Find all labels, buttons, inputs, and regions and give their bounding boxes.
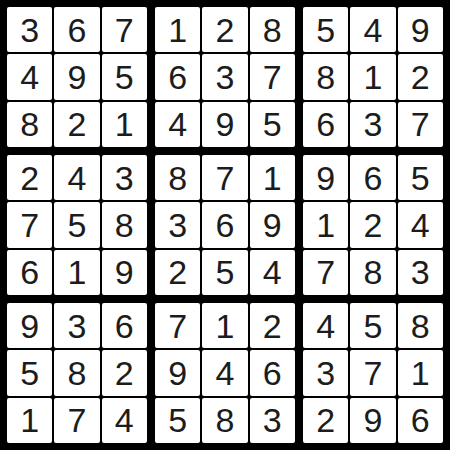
sudoku-cell[interactable]: 3	[155, 202, 200, 247]
cell-digit: 7	[364, 356, 383, 390]
sudoku-board: 3674958211286374955498126372437586198713…	[0, 0, 450, 450]
sudoku-cell[interactable]: 8	[350, 250, 395, 295]
sudoku-cell[interactable]: 7	[350, 350, 395, 395]
cell-digit: 3	[216, 60, 235, 94]
cell-digit: 8	[68, 356, 87, 390]
sudoku-cell[interactable]: 3	[398, 250, 443, 295]
sudoku-cell[interactable]: 6	[155, 54, 200, 99]
sudoku-cell[interactable]: 8	[54, 350, 99, 395]
sudoku-cell[interactable]: 2	[303, 398, 348, 443]
sudoku-cell[interactable]: 6	[350, 155, 395, 200]
cell-digit: 6	[68, 13, 87, 47]
sudoku-cell[interactable]: 4	[398, 202, 443, 247]
sudoku-cell[interactable]: 5	[398, 155, 443, 200]
sudoku-cell[interactable]: 3	[303, 350, 348, 395]
cell-digit: 1	[115, 107, 134, 141]
sudoku-cell[interactable]: 6	[202, 202, 247, 247]
sudoku-cell[interactable]: 5	[7, 350, 52, 395]
sudoku-cell[interactable]: 7	[303, 250, 348, 295]
sudoku-cell[interactable]: 6	[250, 350, 295, 395]
sudoku-cell[interactable]: 9	[7, 303, 52, 348]
cell-digit: 9	[115, 255, 134, 289]
cell-digit: 3	[168, 208, 187, 242]
cell-digit: 5	[115, 60, 134, 94]
sudoku-cell[interactable]: 5	[250, 102, 295, 147]
sudoku-cell[interactable]: 1	[303, 202, 348, 247]
cell-digit: 7	[115, 13, 134, 47]
sudoku-cell[interactable]: 3	[54, 303, 99, 348]
sudoku-cell[interactable]: 1	[54, 250, 99, 295]
sudoku-cell[interactable]: 3	[202, 54, 247, 99]
cell-digit: 4	[364, 13, 383, 47]
cell-digit: 2	[20, 161, 39, 195]
cell-digit: 3	[411, 255, 430, 289]
cell-digit: 9	[263, 208, 282, 242]
cell-digit: 3	[68, 309, 87, 343]
sudoku-cell[interactable]: 9	[155, 350, 200, 395]
cell-digit: 2	[263, 309, 282, 343]
cell-digit: 2	[411, 60, 430, 94]
sudoku-cell[interactable]: 6	[398, 398, 443, 443]
cell-digit: 1	[20, 403, 39, 437]
sudoku-cell[interactable]: 4	[250, 250, 295, 295]
cell-digit: 7	[20, 208, 39, 242]
sudoku-cell[interactable]: 6	[54, 7, 99, 52]
sudoku-box: 965124783	[303, 155, 443, 295]
cell-digit: 9	[411, 13, 430, 47]
cell-digit: 5	[216, 255, 235, 289]
sudoku-cell[interactable]: 7	[202, 155, 247, 200]
sudoku-cell[interactable]: 9	[250, 202, 295, 247]
cell-digit: 9	[168, 356, 187, 390]
cell-digit: 6	[115, 309, 134, 343]
cell-digit: 6	[263, 356, 282, 390]
cell-digit: 6	[316, 107, 335, 141]
cell-digit: 7	[411, 107, 430, 141]
sudoku-cell[interactable]: 4	[350, 7, 395, 52]
sudoku-cell[interactable]: 4	[202, 350, 247, 395]
sudoku-diagram: 3674958211286374955498126372437586198713…	[0, 0, 450, 450]
cell-digit: 1	[216, 309, 235, 343]
sudoku-cell[interactable]: 5	[54, 202, 99, 247]
cell-digit: 5	[364, 309, 383, 343]
cell-digit: 4	[316, 309, 335, 343]
sudoku-cell[interactable]: 7	[155, 303, 200, 348]
sudoku-cell[interactable]: 5	[202, 250, 247, 295]
cell-digit: 8	[411, 309, 430, 343]
sudoku-cell[interactable]: 7	[250, 54, 295, 99]
sudoku-cell[interactable]: 3	[7, 7, 52, 52]
sudoku-cell[interactable]: 6	[102, 303, 147, 348]
cell-digit: 3	[263, 403, 282, 437]
cell-digit: 8	[168, 161, 187, 195]
sudoku-cell[interactable]: 2	[54, 102, 99, 147]
cell-digit: 4	[168, 107, 187, 141]
sudoku-cell[interactable]: 3	[250, 398, 295, 443]
cell-digit: 6	[216, 208, 235, 242]
sudoku-cell[interactable]: 2	[7, 155, 52, 200]
sudoku-cell[interactable]: 5	[155, 398, 200, 443]
cell-digit: 2	[168, 255, 187, 289]
cell-digit: 2	[68, 107, 87, 141]
sudoku-cell[interactable]: 1	[398, 350, 443, 395]
sudoku-cell[interactable]: 4	[102, 398, 147, 443]
sudoku-box: 871369254	[155, 155, 295, 295]
cell-digit: 1	[263, 161, 282, 195]
cell-digit: 6	[168, 60, 187, 94]
sudoku-cell[interactable]: 4	[7, 54, 52, 99]
sudoku-cell[interactable]: 1	[102, 102, 147, 147]
cell-digit: 9	[20, 309, 39, 343]
sudoku-cell[interactable]: 6	[303, 102, 348, 147]
sudoku-box: 712946583	[155, 303, 295, 443]
sudoku-box: 549812637	[303, 7, 443, 147]
cell-digit: 5	[168, 403, 187, 437]
sudoku-cell[interactable]: 2	[350, 202, 395, 247]
sudoku-cell[interactable]: 2	[202, 7, 247, 52]
sudoku-box: 936582174	[7, 303, 147, 443]
cell-digit: 9	[364, 403, 383, 437]
sudoku-cell[interactable]: 6	[7, 250, 52, 295]
cell-digit: 8	[115, 208, 134, 242]
cell-digit: 3	[115, 161, 134, 195]
sudoku-cell[interactable]: 9	[398, 7, 443, 52]
cell-digit: 1	[168, 13, 187, 47]
sudoku-cell[interactable]: 7	[54, 398, 99, 443]
sudoku-box: 243758619	[7, 155, 147, 295]
sudoku-cell[interactable]: 4	[155, 102, 200, 147]
sudoku-cell[interactable]: 4	[54, 155, 99, 200]
sudoku-cell[interactable]: 3	[102, 155, 147, 200]
sudoku-cell[interactable]: 5	[102, 54, 147, 99]
sudoku-cell[interactable]: 8	[202, 398, 247, 443]
cell-digit: 6	[364, 161, 383, 195]
sudoku-cell[interactable]: 1	[202, 303, 247, 348]
sudoku-cell[interactable]: 3	[350, 102, 395, 147]
cell-digit: 3	[364, 107, 383, 141]
cell-digit: 6	[20, 255, 39, 289]
cell-digit: 5	[316, 13, 335, 47]
cell-digit: 8	[20, 107, 39, 141]
sudoku-cell[interactable]: 8	[303, 54, 348, 99]
cell-digit: 8	[316, 60, 335, 94]
sudoku-cell[interactable]: 1	[7, 398, 52, 443]
cell-digit: 4	[20, 60, 39, 94]
cell-digit: 4	[411, 208, 430, 242]
sudoku-cell[interactable]: 2	[398, 54, 443, 99]
sudoku-cell[interactable]: 5	[303, 7, 348, 52]
cell-digit: 9	[216, 107, 235, 141]
cell-digit: 7	[263, 60, 282, 94]
sudoku-cell[interactable]: 7	[7, 202, 52, 247]
sudoku-cell[interactable]: 4	[303, 303, 348, 348]
cell-digit: 3	[316, 356, 335, 390]
cell-digit: 5	[263, 107, 282, 141]
cell-digit: 2	[316, 403, 335, 437]
sudoku-cell[interactable]: 8	[7, 102, 52, 147]
sudoku-cell[interactable]: 2	[102, 350, 147, 395]
cell-digit: 5	[411, 161, 430, 195]
sudoku-cell[interactable]: 2	[155, 250, 200, 295]
sudoku-box: 458371296	[303, 303, 443, 443]
cell-digit: 6	[411, 403, 430, 437]
sudoku-box: 128637495	[155, 7, 295, 147]
sudoku-cell[interactable]: 8	[102, 202, 147, 247]
sudoku-cell[interactable]: 9	[54, 54, 99, 99]
cell-digit: 4	[115, 403, 134, 437]
cell-digit: 7	[168, 309, 187, 343]
sudoku-cell[interactable]: 8	[250, 7, 295, 52]
cell-digit: 7	[316, 255, 335, 289]
cell-digit: 3	[20, 13, 39, 47]
cell-digit: 4	[216, 356, 235, 390]
cell-digit: 1	[364, 60, 383, 94]
cell-digit: 2	[216, 13, 235, 47]
cell-digit: 8	[263, 13, 282, 47]
sudoku-cell[interactable]: 1	[350, 54, 395, 99]
sudoku-cell[interactable]: 7	[102, 7, 147, 52]
sudoku-cell[interactable]: 2	[250, 303, 295, 348]
cell-digit: 9	[68, 60, 87, 94]
cell-digit: 1	[68, 255, 87, 289]
cell-digit: 5	[68, 208, 87, 242]
sudoku-cell[interactable]: 1	[155, 7, 200, 52]
cell-digit: 2	[364, 208, 383, 242]
cell-digit: 2	[115, 356, 134, 390]
cell-digit: 7	[216, 161, 235, 195]
sudoku-cell[interactable]: 9	[202, 102, 247, 147]
sudoku-cell[interactable]: 5	[350, 303, 395, 348]
sudoku-cell[interactable]: 9	[350, 398, 395, 443]
sudoku-cell[interactable]: 7	[398, 102, 443, 147]
cell-digit: 5	[20, 356, 39, 390]
sudoku-cell[interactable]: 9	[102, 250, 147, 295]
sudoku-cell[interactable]: 1	[250, 155, 295, 200]
sudoku-cell[interactable]: 8	[398, 303, 443, 348]
cell-digit: 4	[263, 255, 282, 289]
cell-digit: 1	[316, 208, 335, 242]
cell-digit: 9	[316, 161, 335, 195]
sudoku-cell[interactable]: 9	[303, 155, 348, 200]
cell-digit: 1	[411, 356, 430, 390]
cell-digit: 8	[364, 255, 383, 289]
cell-digit: 8	[216, 403, 235, 437]
cell-digit: 4	[68, 161, 87, 195]
cell-digit: 7	[68, 403, 87, 437]
sudoku-cell[interactable]: 8	[155, 155, 200, 200]
sudoku-box: 367495821	[7, 7, 147, 147]
